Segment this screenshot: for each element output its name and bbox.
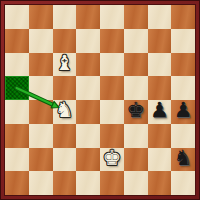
white-knight-c4[interactable]: ♞ [55,100,74,121]
square-d3[interactable] [76,124,100,148]
square-h7[interactable] [171,29,195,53]
square-d5[interactable] [76,76,100,100]
square-d2[interactable] [76,148,100,172]
square-f5[interactable] [124,76,148,100]
square-b5[interactable] [29,76,53,100]
square-f1[interactable] [124,171,148,195]
square-g3[interactable] [148,124,172,148]
square-b2[interactable] [29,148,53,172]
square-b4[interactable] [29,100,53,124]
square-e8[interactable] [100,5,124,29]
square-c2[interactable] [53,148,77,172]
square-f7[interactable] [124,29,148,53]
square-c5[interactable] [53,76,77,100]
square-f3[interactable] [124,124,148,148]
square-g6[interactable] [148,53,172,77]
chess-board-frame: ♝♞♚♟♟♚♞ [0,0,200,200]
black-pawn-g4[interactable]: ♟ [150,100,169,121]
square-a2[interactable] [5,148,29,172]
square-e7[interactable] [100,29,124,53]
square-d7[interactable] [76,29,100,53]
square-g4[interactable]: ♟ [148,100,172,124]
square-g8[interactable] [148,5,172,29]
square-c8[interactable] [53,5,77,29]
square-h2[interactable]: ♞ [171,148,195,172]
square-e1[interactable] [100,171,124,195]
square-d6[interactable] [76,53,100,77]
square-e2[interactable]: ♚ [100,148,124,172]
square-h6[interactable] [171,53,195,77]
square-a3[interactable] [5,124,29,148]
board: ♝♞♚♟♟♚♞ [5,5,195,195]
square-e3[interactable] [100,124,124,148]
square-d8[interactable] [76,5,100,29]
square-g7[interactable] [148,29,172,53]
square-c3[interactable] [53,124,77,148]
square-e6[interactable] [100,53,124,77]
square-h1[interactable] [171,171,195,195]
square-f4[interactable]: ♚ [124,100,148,124]
square-b1[interactable] [29,171,53,195]
square-d1[interactable] [76,171,100,195]
square-h8[interactable] [171,5,195,29]
square-a5-highlight[interactable] [5,76,29,100]
square-a6[interactable] [5,53,29,77]
square-f8[interactable] [124,5,148,29]
square-d4[interactable] [76,100,100,124]
square-g1[interactable] [148,171,172,195]
square-c6[interactable]: ♝ [53,53,77,77]
square-e5[interactable] [100,76,124,100]
square-b6[interactable] [29,53,53,77]
square-f2[interactable] [124,148,148,172]
black-knight-h2[interactable]: ♞ [174,148,193,169]
square-g5[interactable] [148,76,172,100]
square-b7[interactable] [29,29,53,53]
square-h3[interactable] [171,124,195,148]
square-c1[interactable] [53,171,77,195]
square-h4[interactable]: ♟ [171,100,195,124]
black-king-f4[interactable]: ♚ [126,100,145,121]
square-g2[interactable] [148,148,172,172]
square-a7[interactable] [5,29,29,53]
square-c4[interactable]: ♞ [53,100,77,124]
white-bishop-c6[interactable]: ♝ [55,53,74,74]
square-b3[interactable] [29,124,53,148]
square-a1[interactable] [5,171,29,195]
square-f6[interactable] [124,53,148,77]
black-pawn-h4[interactable]: ♟ [174,100,193,121]
square-h5[interactable] [171,76,195,100]
square-a8[interactable] [5,5,29,29]
square-a4[interactable] [5,100,29,124]
square-c7[interactable] [53,29,77,53]
square-b8[interactable] [29,5,53,29]
white-king-e2[interactable]: ♚ [102,148,121,169]
square-e4[interactable] [100,100,124,124]
